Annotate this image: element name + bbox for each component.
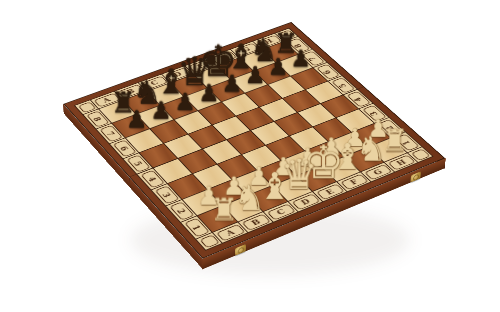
- coord-file-label: F: [348, 178, 359, 186]
- piece-white-rook[interactable]: ♜: [210, 195, 238, 226]
- piece-black-pawn[interactable]: ♟: [150, 99, 171, 123]
- coord-box: G: [363, 164, 392, 180]
- brass-clasp-right: [411, 171, 421, 182]
- coord-rank-label: 6: [322, 69, 333, 75]
- coord-file-label: E: [324, 188, 336, 196]
- coord-rank-label: 4: [352, 96, 364, 102]
- piece-black-pawn[interactable]: ♟: [221, 73, 242, 96]
- frame-corner-box: [410, 148, 430, 160]
- coord-rank-label: 1: [190, 224, 203, 231]
- piece-white-knight[interactable]: ♞: [233, 180, 264, 215]
- coord-rank-label: 5: [132, 160, 144, 167]
- coord-rank-label: 3: [160, 191, 172, 198]
- coord-rank-label: 8: [91, 116, 103, 122]
- coord-rank-5-right: 5: [329, 76, 357, 94]
- square-e5[interactable]: [236, 108, 273, 131]
- coord-file-label: H: [395, 158, 408, 166]
- coord-rank-5-left: 5: [124, 153, 153, 174]
- piece-black-pawn[interactable]: ♟: [198, 81, 219, 105]
- coord-rank-label: 6: [118, 145, 130, 152]
- coord-file-label: D: [299, 197, 312, 206]
- coord-box: 5: [126, 155, 151, 173]
- piece-black-pawn[interactable]: ♟: [174, 90, 195, 114]
- piece-black-pawn[interactable]: ♟: [126, 108, 148, 132]
- chess-set-photo: ABCDEFGH8♜♞♝♛♚♝♞♜87♟♟♟♟♟♟♟♟7665544332♟♟♟…: [0, 0, 500, 312]
- coord-file-label: B: [249, 218, 262, 227]
- piece-black-pawn[interactable]: ♟: [245, 64, 266, 87]
- board-face: ABCDEFGH8♜♞♝♛♚♝♞♜87♟♟♟♟♟♟♟♟7665544332♟♟♟…: [74, 28, 434, 251]
- coord-rank-label: 5: [337, 82, 348, 88]
- coord-rank-label: 2: [175, 207, 187, 214]
- coord-box: 7: [99, 125, 123, 142]
- coord-file-label: C: [275, 208, 287, 216]
- coord-box: A: [215, 224, 245, 241]
- coord-rank-label: 7: [105, 130, 117, 137]
- coord-file-label: G: [371, 168, 383, 176]
- piece-black-pawn[interactable]: ♟: [267, 56, 288, 79]
- coord-rank-label: 4: [146, 175, 158, 182]
- coord-file-label: A: [224, 228, 236, 237]
